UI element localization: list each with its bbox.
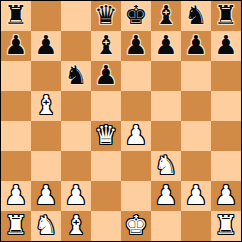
- square-e2[interactable]: [121, 181, 151, 211]
- square-f8[interactable]: ♝: [151, 1, 181, 31]
- square-g8[interactable]: ♞: [181, 1, 211, 31]
- square-e6[interactable]: [121, 61, 151, 91]
- square-e4[interactable]: ♟: [121, 121, 151, 151]
- square-f3[interactable]: ♞: [151, 151, 181, 181]
- square-b3[interactable]: [31, 151, 61, 181]
- piece-black-king[interactable]: ♚: [124, 2, 147, 28]
- square-g4[interactable]: [181, 121, 211, 151]
- piece-white-pawn[interactable]: ♟: [4, 182, 27, 208]
- square-f5[interactable]: [151, 91, 181, 121]
- square-d6[interactable]: ♟: [91, 61, 121, 91]
- square-b8[interactable]: [31, 1, 61, 31]
- square-a1[interactable]: ♜: [1, 211, 31, 241]
- square-b6[interactable]: [31, 61, 61, 91]
- square-e5[interactable]: [121, 91, 151, 121]
- square-a5[interactable]: [1, 91, 31, 121]
- square-h4[interactable]: [211, 121, 241, 151]
- square-f4[interactable]: [151, 121, 181, 151]
- square-e1[interactable]: ♚: [121, 211, 151, 241]
- square-d4[interactable]: ♛: [91, 121, 121, 151]
- piece-black-pawn[interactable]: ♟: [214, 32, 237, 58]
- piece-white-pawn[interactable]: ♟: [64, 182, 87, 208]
- square-b1[interactable]: ♞: [31, 211, 61, 241]
- square-a8[interactable]: ♜: [1, 1, 31, 31]
- square-g6[interactable]: [181, 61, 211, 91]
- square-f6[interactable]: [151, 61, 181, 91]
- piece-black-bishop[interactable]: ♝: [154, 2, 177, 28]
- piece-white-rook[interactable]: ♜: [214, 212, 237, 238]
- square-c7[interactable]: [61, 31, 91, 61]
- square-f1[interactable]: [151, 211, 181, 241]
- square-c4[interactable]: [61, 121, 91, 151]
- piece-black-pawn[interactable]: ♟: [34, 32, 57, 58]
- piece-black-pawn[interactable]: ♟: [4, 32, 27, 58]
- square-g1[interactable]: [181, 211, 211, 241]
- piece-black-pawn[interactable]: ♟: [154, 32, 177, 58]
- square-d1[interactable]: [91, 211, 121, 241]
- square-e3[interactable]: [121, 151, 151, 181]
- square-h1[interactable]: ♜: [211, 211, 241, 241]
- piece-black-rook[interactable]: ♜: [4, 2, 27, 28]
- square-c3[interactable]: [61, 151, 91, 181]
- piece-black-knight[interactable]: ♞: [64, 62, 87, 88]
- piece-black-pawn[interactable]: ♟: [184, 32, 207, 58]
- square-h8[interactable]: ♜: [211, 1, 241, 31]
- square-a6[interactable]: [1, 61, 31, 91]
- square-e7[interactable]: ♟: [121, 31, 151, 61]
- square-a3[interactable]: [1, 151, 31, 181]
- piece-white-knight[interactable]: ♞: [34, 212, 57, 238]
- square-h6[interactable]: [211, 61, 241, 91]
- piece-white-pawn[interactable]: ♟: [184, 182, 207, 208]
- square-f2[interactable]: ♟: [151, 181, 181, 211]
- piece-white-bishop[interactable]: ♝: [64, 212, 87, 238]
- piece-white-knight[interactable]: ♞: [154, 152, 177, 178]
- piece-black-queen[interactable]: ♛: [94, 2, 117, 28]
- square-c1[interactable]: ♝: [61, 211, 91, 241]
- square-d8[interactable]: ♛: [91, 1, 121, 31]
- piece-white-bishop[interactable]: ♝: [34, 92, 57, 118]
- square-b5[interactable]: ♝: [31, 91, 61, 121]
- square-g7[interactable]: ♟: [181, 31, 211, 61]
- piece-white-pawn[interactable]: ♟: [124, 122, 147, 148]
- piece-white-pawn[interactable]: ♟: [154, 182, 177, 208]
- square-g2[interactable]: ♟: [181, 181, 211, 211]
- square-h2[interactable]: ♟: [211, 181, 241, 211]
- piece-black-rook[interactable]: ♜: [214, 2, 237, 28]
- square-c2[interactable]: ♟: [61, 181, 91, 211]
- piece-black-pawn[interactable]: ♟: [124, 32, 147, 58]
- square-h7[interactable]: ♟: [211, 31, 241, 61]
- square-g5[interactable]: [181, 91, 211, 121]
- square-d7[interactable]: ♝: [91, 31, 121, 61]
- piece-white-king[interactable]: ♚: [124, 212, 147, 238]
- square-a7[interactable]: ♟: [1, 31, 31, 61]
- square-b4[interactable]: [31, 121, 61, 151]
- square-c6[interactable]: ♞: [61, 61, 91, 91]
- square-a2[interactable]: ♟: [1, 181, 31, 211]
- square-b7[interactable]: ♟: [31, 31, 61, 61]
- piece-white-pawn[interactable]: ♟: [34, 182, 57, 208]
- chess-board-wrapper: ♜♛♚♝♞♜♟♟♝♟♟♟♟♞♟♝♛♟♞♟♟♟♟♟♟♜♞♝♚♜: [0, 0, 242, 242]
- square-d2[interactable]: [91, 181, 121, 211]
- square-h5[interactable]: [211, 91, 241, 121]
- piece-white-pawn[interactable]: ♟: [214, 182, 237, 208]
- square-c5[interactable]: [61, 91, 91, 121]
- square-h3[interactable]: [211, 151, 241, 181]
- piece-black-knight[interactable]: ♞: [184, 2, 207, 28]
- square-b2[interactable]: ♟: [31, 181, 61, 211]
- square-f7[interactable]: ♟: [151, 31, 181, 61]
- piece-black-pawn[interactable]: ♟: [94, 62, 117, 88]
- piece-white-rook[interactable]: ♜: [4, 212, 27, 238]
- piece-white-queen[interactable]: ♛: [94, 122, 117, 148]
- square-e8[interactable]: ♚: [121, 1, 151, 31]
- square-d5[interactable]: [91, 91, 121, 121]
- square-d3[interactable]: [91, 151, 121, 181]
- square-c8[interactable]: [61, 1, 91, 31]
- square-g3[interactable]: [181, 151, 211, 181]
- piece-black-bishop[interactable]: ♝: [94, 32, 117, 58]
- square-a4[interactable]: [1, 121, 31, 151]
- chess-board: ♜♛♚♝♞♜♟♟♝♟♟♟♟♞♟♝♛♟♞♟♟♟♟♟♟♜♞♝♚♜: [0, 0, 242, 242]
